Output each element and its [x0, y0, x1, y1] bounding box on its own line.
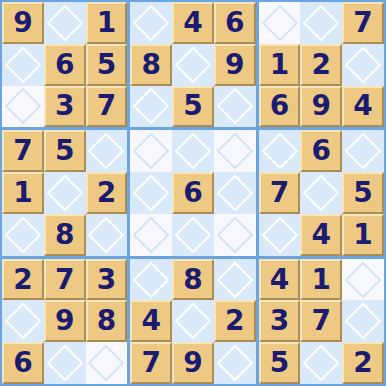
cell-r1c8[interactable]	[300, 2, 342, 44]
cell-r7c8: 1	[300, 259, 342, 301]
cell-r2c8: 2	[300, 44, 342, 86]
diamond-icon	[216, 175, 253, 212]
sudoku-box-9: 413752	[259, 259, 384, 384]
cell-r5c6[interactable]	[214, 172, 256, 214]
cell-r8c4: 4	[130, 300, 172, 342]
cell-r1c7[interactable]	[259, 2, 301, 44]
cell-r8c7: 3	[259, 300, 301, 342]
diamond-icon	[46, 175, 83, 212]
cell-r7c6[interactable]	[214, 259, 256, 301]
cell-r1c5: 4	[172, 2, 214, 44]
diamond-icon	[133, 88, 170, 125]
cell-r7c3: 3	[86, 259, 128, 301]
cell-r9c5: 9	[172, 342, 214, 384]
diamond-icon	[4, 216, 41, 253]
cell-r4c6[interactable]	[214, 130, 256, 172]
diamond-icon	[175, 216, 212, 253]
cell-r6c5[interactable]	[172, 214, 214, 256]
cell-r9c9: 2	[342, 342, 384, 384]
diamond-icon	[216, 345, 253, 382]
diamond-icon	[345, 133, 382, 170]
cell-r6c8: 4	[300, 214, 342, 256]
sudoku-box-3: 712694	[259, 2, 384, 127]
cell-r9c3[interactable]	[86, 342, 128, 384]
diamond-icon	[4, 303, 41, 340]
cell-r2c2: 6	[44, 44, 86, 86]
diamond-icon	[133, 175, 170, 212]
sudoku-boxes: 9165374689571269475128667541273986842794…	[2, 2, 384, 384]
diamond-icon	[133, 133, 170, 170]
sudoku-box-6: 67541	[259, 130, 384, 255]
cell-r3c3: 7	[86, 86, 128, 128]
cell-r2c1[interactable]	[2, 44, 44, 86]
cell-r3c6[interactable]	[214, 86, 256, 128]
cell-r3c4[interactable]	[130, 86, 172, 128]
cell-r8c6: 2	[214, 300, 256, 342]
diamond-icon	[216, 216, 253, 253]
diamond-icon	[216, 133, 253, 170]
diamond-icon	[345, 46, 382, 83]
diamond-icon	[88, 345, 125, 382]
cell-r2c5[interactable]	[172, 44, 214, 86]
cell-r4c4[interactable]	[130, 130, 172, 172]
cell-r6c4[interactable]	[130, 214, 172, 256]
cell-r1c6: 6	[214, 2, 256, 44]
cell-r1c1: 9	[2, 2, 44, 44]
sudoku-box-4: 75128	[2, 130, 127, 255]
diamond-icon	[175, 46, 212, 83]
diamond-icon	[88, 216, 125, 253]
cell-r9c8[interactable]	[300, 342, 342, 384]
cell-r6c9: 1	[342, 214, 384, 256]
cell-r4c2: 5	[44, 130, 86, 172]
cell-r5c7: 7	[259, 172, 301, 214]
cell-r3c9: 4	[342, 86, 384, 128]
cell-r8c5[interactable]	[172, 300, 214, 342]
cell-r8c3: 8	[86, 300, 128, 342]
diamond-icon	[46, 345, 83, 382]
cell-r8c1[interactable]	[2, 300, 44, 342]
cell-r3c5: 5	[172, 86, 214, 128]
cell-r7c4[interactable]	[130, 259, 172, 301]
cell-r7c5: 8	[172, 259, 214, 301]
diamond-icon	[175, 303, 212, 340]
cell-r6c1[interactable]	[2, 214, 44, 256]
diamond-icon	[216, 261, 253, 298]
cell-r6c7[interactable]	[259, 214, 301, 256]
cell-r5c2[interactable]	[44, 172, 86, 214]
sudoku-box-8: 84279	[130, 259, 255, 384]
cell-r6c6[interactable]	[214, 214, 256, 256]
sudoku-box-1: 916537	[2, 2, 127, 127]
cell-r5c8[interactable]	[300, 172, 342, 214]
cell-r5c4[interactable]	[130, 172, 172, 214]
diamond-icon	[303, 345, 340, 382]
diamond-icon	[88, 133, 125, 170]
cell-r3c1[interactable]	[2, 86, 44, 128]
cell-r7c2: 7	[44, 259, 86, 301]
diamond-icon	[216, 88, 253, 125]
sudoku-board: 9165374689571269475128667541273986842794…	[0, 0, 386, 386]
cell-r7c7: 4	[259, 259, 301, 301]
cell-r8c2: 9	[44, 300, 86, 342]
cell-r4c3[interactable]	[86, 130, 128, 172]
diamond-icon	[345, 261, 382, 298]
cell-r9c1: 6	[2, 342, 44, 384]
diamond-icon	[261, 216, 298, 253]
cell-r1c2[interactable]	[44, 2, 86, 44]
cell-r3c7: 6	[259, 86, 301, 128]
diamond-icon	[133, 216, 170, 253]
diamond-icon	[46, 4, 83, 41]
cell-r4c9[interactable]	[342, 130, 384, 172]
diamond-icon	[4, 88, 41, 125]
cell-r5c9: 5	[342, 172, 384, 214]
cell-r6c2: 8	[44, 214, 86, 256]
diamond-icon	[261, 4, 298, 41]
cell-r4c8: 6	[300, 130, 342, 172]
diamond-icon	[175, 133, 212, 170]
cell-r1c9: 7	[342, 2, 384, 44]
cell-r9c4: 7	[130, 342, 172, 384]
cell-r1c4[interactable]	[130, 2, 172, 44]
cell-r8c8: 7	[300, 300, 342, 342]
cell-r2c6: 9	[214, 44, 256, 86]
diamond-icon	[4, 46, 41, 83]
cell-r7c9[interactable]	[342, 259, 384, 301]
cell-r9c7: 5	[259, 342, 301, 384]
cell-r2c3: 5	[86, 44, 128, 86]
diamond-icon	[303, 4, 340, 41]
cell-r2c4: 8	[130, 44, 172, 86]
cell-r3c8: 9	[300, 86, 342, 128]
cell-r8c9[interactable]	[342, 300, 384, 342]
diamond-icon	[303, 175, 340, 212]
cell-r6c3[interactable]	[86, 214, 128, 256]
cell-r5c3: 2	[86, 172, 128, 214]
diamond-icon	[345, 303, 382, 340]
cell-r3c2: 3	[44, 86, 86, 128]
cell-r5c5: 6	[172, 172, 214, 214]
sudoku-box-2: 46895	[130, 2, 255, 127]
sudoku-box-5: 6	[130, 130, 255, 255]
cell-r7c1: 2	[2, 259, 44, 301]
cell-r9c2[interactable]	[44, 342, 86, 384]
cell-r1c3: 1	[86, 2, 128, 44]
cell-r2c9[interactable]	[342, 44, 384, 86]
cell-r4c7[interactable]	[259, 130, 301, 172]
cell-r4c1: 7	[2, 130, 44, 172]
diamond-icon	[261, 133, 298, 170]
sudoku-box-7: 273986	[2, 259, 127, 384]
diamond-icon	[133, 261, 170, 298]
cell-r5c1: 1	[2, 172, 44, 214]
diamond-icon	[133, 4, 170, 41]
cell-r2c7: 1	[259, 44, 301, 86]
cell-r9c6[interactable]	[214, 342, 256, 384]
cell-r4c5[interactable]	[172, 130, 214, 172]
